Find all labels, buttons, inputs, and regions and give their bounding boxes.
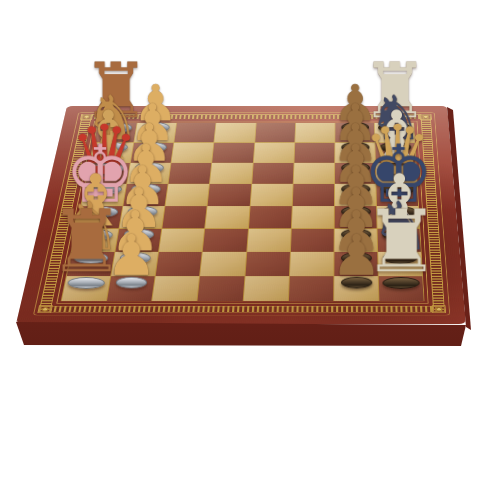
square-a6[interactable]: [295, 123, 334, 142]
black-rook-glyph: ♜: [363, 203, 440, 282]
square-c3[interactable]: [169, 163, 212, 184]
white-pawn-glyph: ♟: [106, 230, 157, 282]
square-g6[interactable]: [290, 252, 334, 276]
square-e4[interactable]: [206, 206, 250, 228]
square-c6[interactable]: [293, 163, 334, 184]
square-b3[interactable]: [172, 143, 214, 163]
square-h4[interactable]: [198, 276, 244, 301]
square-b5[interactable]: [253, 143, 294, 163]
chess-board: ♜♞♝♛♚♝♞♜♟♟♟♟♟♟♟♟♟♟♟♟♟♟♟♟♜♞♝♛♚♝♞♜: [16, 106, 466, 324]
square-d5[interactable]: [250, 184, 292, 205]
square-b4[interactable]: [212, 143, 253, 163]
square-g3[interactable]: [156, 252, 202, 276]
square-b6[interactable]: [294, 143, 334, 163]
border-corner-rosette: [432, 305, 446, 313]
piece-base: [68, 277, 105, 289]
piece-wP-h2[interactable]: ♟: [106, 230, 157, 289]
square-h3[interactable]: [152, 276, 199, 301]
piece-bR-h8[interactable]: ♜: [363, 203, 440, 289]
square-e3[interactable]: [163, 206, 207, 228]
square-g5[interactable]: [245, 252, 290, 276]
square-f6[interactable]: [291, 229, 334, 252]
square-e5[interactable]: [249, 206, 292, 228]
border-corner-rosette: [37, 305, 53, 313]
square-f5[interactable]: [247, 229, 291, 252]
square-c4[interactable]: [210, 163, 252, 184]
square-c5[interactable]: [252, 163, 293, 184]
scene-3d: ♜♞♝♛♚♝♞♜♟♟♟♟♟♟♟♟♟♟♟♟♟♟♟♟♜♞♝♛♚♝♞♜: [0, 0, 480, 480]
square-a4[interactable]: [215, 123, 256, 142]
square-h6[interactable]: [289, 276, 334, 301]
square-d4[interactable]: [208, 184, 251, 205]
square-f3[interactable]: [159, 229, 204, 252]
chess-set-photo: ♜♞♝♛♚♝♞♜♟♟♟♟♟♟♟♟♟♟♟♟♟♟♟♟♜♞♝♛♚♝♞♜: [0, 0, 480, 480]
square-d3[interactable]: [166, 184, 210, 205]
square-h5[interactable]: [243, 276, 288, 301]
square-a5[interactable]: [255, 123, 295, 142]
square-f4[interactable]: [203, 229, 247, 252]
square-a3[interactable]: [175, 123, 216, 142]
piece-base: [383, 277, 420, 289]
square-g4[interactable]: [200, 252, 245, 276]
square-d6[interactable]: [292, 184, 333, 205]
square-e6[interactable]: [291, 206, 333, 228]
